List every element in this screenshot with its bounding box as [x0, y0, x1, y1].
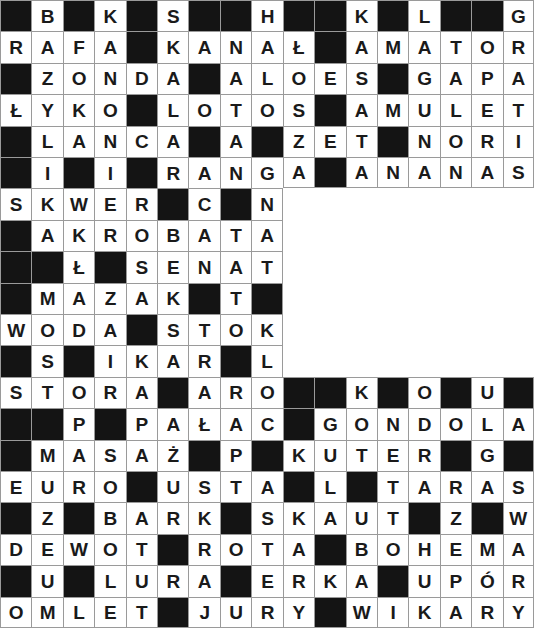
blocked-cell-r14c2 — [31, 408, 62, 439]
letter-cell-r8c2[interactable]: A — [31, 220, 62, 251]
letter-cell-r10c6[interactable]: K — [157, 283, 188, 314]
letter-cell-r15c3[interactable]: A — [63, 440, 94, 471]
blocked-cell-r3c1 — [0, 63, 31, 94]
letter-cell-r8c7[interactable]: A — [188, 220, 219, 251]
letter-cell-r3c8[interactable]: A — [220, 63, 251, 94]
blocked-cell-r7c6 — [157, 188, 188, 219]
letter-cell-r20c7[interactable]: J — [188, 597, 219, 628]
blocked-cell-r9c1 — [0, 251, 31, 282]
letter-cell-r1c12[interactable]: K — [346, 0, 377, 31]
blocked-cell-r5c9 — [251, 126, 282, 157]
letter-cell-r18c8[interactable]: O — [220, 534, 251, 565]
void-area — [408, 188, 439, 219]
letter-cell-r7c4[interactable]: E — [94, 188, 125, 219]
letter-cell-r16c1[interactable]: E — [0, 471, 31, 502]
letter-cell-r14c8[interactable]: A — [220, 408, 251, 439]
letter-cell-r3c3[interactable]: O — [63, 63, 94, 94]
letter-cell-r9c7[interactable]: N — [188, 251, 219, 282]
letter-cell-r15c8[interactable]: P — [220, 440, 251, 471]
letter-cell-r6c8[interactable]: N — [220, 157, 251, 188]
letter-cell-r8c8[interactable]: T — [220, 220, 251, 251]
letter-cell-r10c2[interactable]: M — [31, 283, 62, 314]
letter-cell-r13c12[interactable]: K — [346, 377, 377, 408]
letter-cell-r17c12[interactable]: U — [346, 502, 377, 533]
blocked-cell-r13c13 — [377, 377, 408, 408]
letter-cell-r18c13[interactable]: O — [377, 534, 408, 565]
letter-cell-r13c14[interactable]: O — [408, 377, 439, 408]
letter-cell-r9c5[interactable]: S — [126, 251, 157, 282]
letter-cell-r13c16[interactable]: U — [471, 377, 502, 408]
letter-cell-r11c8[interactable]: O — [220, 314, 251, 345]
letter-cell-r17c7[interactable]: K — [188, 502, 219, 533]
blocked-cell-r14c10 — [283, 408, 314, 439]
blocked-cell-r17c16 — [471, 502, 502, 533]
crossword-grid: BKSHKLGRAFAKANAŁAMATORZONDAALOESGAPAŁYKO… — [0, 0, 534, 628]
letter-cell-r19c15[interactable]: P — [440, 565, 471, 596]
letter-cell-r14c12[interactable]: O — [346, 408, 377, 439]
letter-cell-r17c6[interactable]: R — [157, 502, 188, 533]
letter-cell-r16c3[interactable]: R — [63, 471, 94, 502]
void-area — [346, 220, 377, 251]
blocked-cell-r18c11 — [314, 534, 345, 565]
letter-cell-r4c10[interactable]: S — [283, 94, 314, 125]
letter-cell-r2c6[interactable]: K — [157, 31, 188, 62]
letter-cell-r15c16[interactable]: G — [471, 440, 502, 471]
letter-cell-r12c7[interactable]: R — [188, 345, 219, 376]
letter-cell-r19c2[interactable]: U — [31, 565, 62, 596]
letter-cell-r16c2[interactable]: U — [31, 471, 62, 502]
letter-cell-r19c9[interactable]: E — [251, 565, 282, 596]
letter-cell-r2c9[interactable]: A — [251, 31, 282, 62]
letter-cell-r11c4[interactable]: A — [94, 314, 125, 345]
letter-cell-r20c14[interactable]: K — [408, 597, 439, 628]
letter-cell-r6c9[interactable]: G — [251, 157, 282, 188]
letter-cell-r5c17[interactable]: I — [503, 126, 534, 157]
blocked-cell-r15c9 — [251, 440, 282, 471]
letter-cell-r4c3[interactable]: K — [63, 94, 94, 125]
letter-cell-r5c3[interactable]: A — [63, 126, 94, 157]
blocked-cell-r2c11 — [314, 31, 345, 62]
blocked-cell-r3c13 — [377, 63, 408, 94]
letter-cell-r17c13[interactable]: T — [377, 502, 408, 533]
letter-cell-r20c8[interactable]: U — [220, 597, 251, 628]
letter-cell-r3c9[interactable]: L — [251, 63, 282, 94]
letter-cell-r16c6[interactable]: U — [157, 471, 188, 502]
letter-cell-r3c15[interactable]: A — [440, 63, 471, 94]
letter-cell-r9c9[interactable]: T — [251, 251, 282, 282]
letter-cell-r20c13[interactable]: I — [377, 597, 408, 628]
letter-cell-r18c10[interactable]: A — [283, 534, 314, 565]
void-area — [471, 220, 502, 251]
letter-cell-r5c8[interactable]: A — [220, 126, 251, 157]
void-area — [408, 251, 439, 282]
void-area — [346, 251, 377, 282]
void-area — [503, 314, 534, 345]
letter-cell-r1c2[interactable]: B — [31, 0, 62, 31]
letter-cell-r3c4[interactable]: N — [94, 63, 125, 94]
letter-cell-r15c10[interactable]: K — [283, 440, 314, 471]
blocked-cell-r12c1 — [0, 345, 31, 376]
void-area — [283, 283, 314, 314]
letter-cell-r17c2[interactable]: Z — [31, 502, 62, 533]
letter-cell-r12c5[interactable]: K — [126, 345, 157, 376]
blocked-cell-r6c11 — [314, 157, 345, 188]
letter-cell-r8c4[interactable]: R — [94, 220, 125, 251]
void-area — [408, 283, 439, 314]
letter-cell-r9c8[interactable]: A — [220, 251, 251, 282]
blocked-cell-r1c13 — [377, 0, 408, 31]
letter-cell-r1c6[interactable]: S — [157, 0, 188, 31]
letter-cell-r1c9[interactable]: H — [251, 0, 282, 31]
letter-cell-r3c2[interactable]: Z — [31, 63, 62, 94]
blocked-cell-r18c6 — [157, 534, 188, 565]
letter-cell-r14c7[interactable]: Ł — [188, 408, 219, 439]
letter-cell-r11c9[interactable]: K — [251, 314, 282, 345]
letter-cell-r18c1[interactable]: D — [0, 534, 31, 565]
letter-cell-r9c6[interactable]: E — [157, 251, 188, 282]
void-area — [440, 283, 471, 314]
letter-cell-r6c14[interactable]: A — [408, 157, 439, 188]
letter-cell-r12c2[interactable]: S — [31, 345, 62, 376]
letter-cell-r4c16[interactable]: E — [471, 94, 502, 125]
void-area — [440, 188, 471, 219]
letter-cell-r20c5[interactable]: T — [126, 597, 157, 628]
letter-cell-r19c11[interactable]: K — [314, 565, 345, 596]
letter-cell-r17c11[interactable]: A — [314, 502, 345, 533]
letter-cell-r6c2[interactable]: I — [31, 157, 62, 188]
blocked-cell-r5c13 — [377, 126, 408, 157]
letter-cell-r3c12[interactable]: S — [346, 63, 377, 94]
void-area — [408, 314, 439, 345]
letter-cell-r2c13[interactable]: M — [377, 31, 408, 62]
letter-cell-r10c4[interactable]: Z — [94, 283, 125, 314]
letter-cell-r20c16[interactable]: R — [471, 597, 502, 628]
letter-cell-r18c15[interactable]: E — [440, 534, 471, 565]
void-area — [314, 251, 345, 282]
blocked-cell-r19c8 — [220, 565, 251, 596]
letter-cell-r4c15[interactable]: L — [440, 94, 471, 125]
letter-cell-r6c15[interactable]: N — [440, 157, 471, 188]
blocked-cell-r1c10 — [283, 0, 314, 31]
letter-cell-r2c12[interactable]: A — [346, 31, 377, 62]
letter-cell-r15c14[interactable]: R — [408, 440, 439, 471]
letter-cell-r7c5[interactable]: R — [126, 188, 157, 219]
letter-cell-r17c5[interactable]: A — [126, 502, 157, 533]
blocked-cell-r7c8 — [220, 188, 251, 219]
letter-cell-r14c5[interactable]: P — [126, 408, 157, 439]
letter-cell-r1c17[interactable]: G — [503, 0, 534, 31]
blocked-cell-r16c12 — [346, 471, 377, 502]
letter-cell-r2c3[interactable]: F — [63, 31, 94, 62]
blocked-cell-r14c4 — [94, 408, 125, 439]
letter-cell-r20c3[interactable]: L — [63, 597, 94, 628]
void-area — [503, 283, 534, 314]
letter-cell-r18c2[interactable]: E — [31, 534, 62, 565]
letter-cell-r10c8[interactable]: T — [220, 283, 251, 314]
letter-cell-r2c2[interactable]: A — [31, 31, 62, 62]
blocked-cell-r1c1 — [0, 0, 31, 31]
letter-cell-r12c4[interactable]: I — [94, 345, 125, 376]
letter-cell-r16c17[interactable]: S — [503, 471, 534, 502]
letter-cell-r13c2[interactable]: T — [31, 377, 62, 408]
void-area — [346, 188, 377, 219]
letter-cell-r4c14[interactable]: U — [408, 94, 439, 125]
letter-cell-r4c1[interactable]: Ł — [0, 94, 31, 125]
void-area — [283, 345, 314, 376]
letter-cell-r5c16[interactable]: R — [471, 126, 502, 157]
letter-cell-r2c16[interactable]: O — [471, 31, 502, 62]
letter-cell-r5c6[interactable]: A — [157, 126, 188, 157]
letter-cell-r5c5[interactable]: C — [126, 126, 157, 157]
letter-cell-r16c4[interactable]: O — [94, 471, 125, 502]
letter-cell-r3c6[interactable]: A — [157, 63, 188, 94]
letter-cell-r12c9[interactable]: L — [251, 345, 282, 376]
letter-cell-r11c6[interactable]: S — [157, 314, 188, 345]
letter-cell-r19c10[interactable]: R — [283, 565, 314, 596]
letter-cell-r13c1[interactable]: S — [0, 377, 31, 408]
void-area — [283, 251, 314, 282]
blocked-cell-r1c3 — [63, 0, 94, 31]
letter-cell-r8c5[interactable]: O — [126, 220, 157, 251]
letter-cell-r16c15[interactable]: R — [440, 471, 471, 502]
blocked-cell-r9c4 — [94, 251, 125, 282]
blocked-cell-r20c6 — [157, 597, 188, 628]
letter-cell-r3c11[interactable]: E — [314, 63, 345, 94]
blocked-cell-r13c10 — [283, 377, 314, 408]
letter-cell-r4c13[interactable]: M — [377, 94, 408, 125]
letter-cell-r18c12[interactable]: B — [346, 534, 377, 565]
letter-cell-r20c9[interactable]: R — [251, 597, 282, 628]
blocked-cell-r6c1 — [0, 157, 31, 188]
letter-cell-r17c4[interactable]: B — [94, 502, 125, 533]
letter-cell-r14c11[interactable]: G — [314, 408, 345, 439]
letter-cell-r15c13[interactable]: E — [377, 440, 408, 471]
letter-cell-r13c7[interactable]: A — [188, 377, 219, 408]
letter-cell-r20c15[interactable]: A — [440, 597, 471, 628]
letter-cell-r11c2[interactable]: O — [31, 314, 62, 345]
blocked-cell-r6c5 — [126, 157, 157, 188]
letter-cell-r14c13[interactable]: N — [377, 408, 408, 439]
letter-cell-r5c2[interactable]: L — [31, 126, 62, 157]
letter-cell-r15c11[interactable]: U — [314, 440, 345, 471]
letter-cell-r14c15[interactable]: O — [440, 408, 471, 439]
blocked-cell-r16c5 — [126, 471, 157, 502]
letter-cell-r19c7[interactable]: A — [188, 565, 219, 596]
letter-cell-r20c17[interactable]: Y — [503, 597, 534, 628]
letter-cell-r1c14[interactable]: L — [408, 0, 439, 31]
letter-cell-r19c16[interactable]: Ó — [471, 565, 502, 596]
blocked-cell-r10c1 — [0, 283, 31, 314]
letter-cell-r19c5[interactable]: U — [126, 565, 157, 596]
letter-cell-r14c9[interactable]: C — [251, 408, 282, 439]
letter-cell-r19c6[interactable]: R — [157, 565, 188, 596]
letter-cell-r18c4[interactable]: O — [94, 534, 125, 565]
letter-cell-r7c3[interactable]: W — [63, 188, 94, 219]
letter-cell-r6c16[interactable]: A — [471, 157, 502, 188]
letter-cell-r16c7[interactable]: S — [188, 471, 219, 502]
blocked-cell-r13c15 — [440, 377, 471, 408]
letter-cell-r4c17[interactable]: T — [503, 94, 534, 125]
letter-cell-r18c3[interactable]: W — [63, 534, 94, 565]
letter-cell-r15c2[interactable]: M — [31, 440, 62, 471]
blocked-cell-r11c5 — [126, 314, 157, 345]
void-area — [440, 345, 471, 376]
letter-cell-r4c6[interactable]: L — [157, 94, 188, 125]
letter-cell-r15c4[interactable]: S — [94, 440, 125, 471]
letter-cell-r18c5[interactable]: T — [126, 534, 157, 565]
letter-cell-r13c5[interactable]: A — [126, 377, 157, 408]
letter-cell-r19c14[interactable]: U — [408, 565, 439, 596]
blocked-cell-r12c3 — [63, 345, 94, 376]
blocked-cell-r1c11 — [314, 0, 345, 31]
void-area — [377, 188, 408, 219]
letter-cell-r17c10[interactable]: K — [283, 502, 314, 533]
letter-cell-r14c17[interactable]: A — [503, 408, 534, 439]
letter-cell-r3c10[interactable]: O — [283, 63, 314, 94]
letter-cell-r3c14[interactable]: G — [408, 63, 439, 94]
letter-cell-r5c11[interactable]: E — [314, 126, 345, 157]
letter-cell-r19c12[interactable]: A — [346, 565, 377, 596]
letter-cell-r17c9[interactable]: S — [251, 502, 282, 533]
letter-cell-r20c1[interactable]: O — [0, 597, 31, 628]
letter-cell-r3c17[interactable]: A — [503, 63, 534, 94]
letter-cell-r6c7[interactable]: A — [188, 157, 219, 188]
letter-cell-r13c3[interactable]: O — [63, 377, 94, 408]
letter-cell-r19c17[interactable]: R — [503, 565, 534, 596]
letter-cell-r20c2[interactable]: M — [31, 597, 62, 628]
void-area — [283, 314, 314, 345]
letter-cell-r9c3[interactable]: Ł — [63, 251, 94, 282]
letter-cell-r16c11[interactable]: L — [314, 471, 345, 502]
letter-cell-r6c12[interactable]: A — [346, 157, 377, 188]
letter-cell-r5c12[interactable]: T — [346, 126, 377, 157]
letter-cell-r3c16[interactable]: P — [471, 63, 502, 94]
letter-cell-r2c8[interactable]: N — [220, 31, 251, 62]
blocked-cell-r5c1 — [0, 126, 31, 157]
letter-cell-r17c15[interactable]: Z — [440, 502, 471, 533]
letter-cell-r4c12[interactable]: A — [346, 94, 377, 125]
void-area — [283, 188, 314, 219]
letter-cell-r14c16[interactable]: L — [471, 408, 502, 439]
blocked-cell-r19c1 — [0, 565, 31, 596]
blocked-cell-r1c16 — [471, 0, 502, 31]
letter-cell-r13c8[interactable]: R — [220, 377, 251, 408]
letter-cell-r2c10[interactable]: Ł — [283, 31, 314, 62]
letter-cell-r13c4[interactable]: R — [94, 377, 125, 408]
letter-cell-r2c15[interactable]: T — [440, 31, 471, 62]
letter-cell-r6c17[interactable]: S — [503, 157, 534, 188]
letter-cell-r6c10[interactable]: A — [283, 157, 314, 188]
letter-cell-r5c15[interactable]: O — [440, 126, 471, 157]
letter-cell-r16c13[interactable]: T — [377, 471, 408, 502]
void-area — [314, 283, 345, 314]
letter-cell-r14c6[interactable]: A — [157, 408, 188, 439]
letter-cell-r4c4[interactable]: O — [94, 94, 125, 125]
blocked-cell-r5c7 — [188, 126, 219, 157]
letter-cell-r7c9[interactable]: N — [251, 188, 282, 219]
void-area — [346, 283, 377, 314]
letter-cell-r18c17[interactable]: A — [503, 534, 534, 565]
blocked-cell-r13c6 — [157, 377, 188, 408]
letter-cell-r6c6[interactable]: R — [157, 157, 188, 188]
letter-cell-r6c4[interactable]: I — [94, 157, 125, 188]
letter-cell-r20c12[interactable]: W — [346, 597, 377, 628]
blocked-cell-r14c1 — [0, 408, 31, 439]
letter-cell-r5c14[interactable]: N — [408, 126, 439, 157]
letter-cell-r5c10[interactable]: Z — [283, 126, 314, 157]
letter-cell-r18c7[interactable]: R — [188, 534, 219, 565]
letter-cell-r7c2[interactable]: K — [31, 188, 62, 219]
letter-cell-r8c3[interactable]: K — [63, 220, 94, 251]
void-area — [471, 345, 502, 376]
letter-cell-r8c9[interactable]: A — [251, 220, 282, 251]
letter-cell-r10c3[interactable]: A — [63, 283, 94, 314]
void-area — [283, 220, 314, 251]
blocked-cell-r17c3 — [63, 502, 94, 533]
letter-cell-r17c17[interactable]: W — [503, 502, 534, 533]
void-area — [377, 314, 408, 345]
letter-cell-r10c5[interactable]: A — [126, 283, 157, 314]
letter-cell-r20c4[interactable]: E — [94, 597, 125, 628]
blocked-cell-r15c15 — [440, 440, 471, 471]
letter-cell-r7c7[interactable]: C — [188, 188, 219, 219]
letter-cell-r11c3[interactable]: D — [63, 314, 94, 345]
letter-cell-r6c13[interactable]: N — [377, 157, 408, 188]
letter-cell-r2c14[interactable]: A — [408, 31, 439, 62]
letter-cell-r4c7[interactable]: O — [188, 94, 219, 125]
letter-cell-r1c4[interactable]: K — [94, 0, 125, 31]
void-area — [503, 251, 534, 282]
letter-cell-r16c9[interactable]: A — [251, 471, 282, 502]
letter-cell-r18c16[interactable]: M — [471, 534, 502, 565]
letter-cell-r5c4[interactable]: N — [94, 126, 125, 157]
letter-cell-r16c8[interactable]: T — [220, 471, 251, 502]
letter-cell-r13c9[interactable]: O — [251, 377, 282, 408]
letter-cell-r15c6[interactable]: Ż — [157, 440, 188, 471]
letter-cell-r7c1[interactable]: S — [0, 188, 31, 219]
letter-cell-r11c1[interactable]: W — [0, 314, 31, 345]
blocked-cell-r15c1 — [0, 440, 31, 471]
letter-cell-r20c10[interactable]: Y — [283, 597, 314, 628]
letter-cell-r16c14[interactable]: A — [408, 471, 439, 502]
letter-cell-r14c3[interactable]: P — [63, 408, 94, 439]
blocked-cell-r15c7 — [188, 440, 219, 471]
letter-cell-r2c7[interactable]: A — [188, 31, 219, 62]
blocked-cell-r16c10 — [283, 471, 314, 502]
letter-cell-r14c14[interactable]: D — [408, 408, 439, 439]
blocked-cell-r1c15 — [440, 0, 471, 31]
letter-cell-r15c5[interactable]: A — [126, 440, 157, 471]
blocked-cell-r8c1 — [0, 220, 31, 251]
blocked-cell-r3c7 — [188, 63, 219, 94]
letter-cell-r3c5[interactable]: D — [126, 63, 157, 94]
letter-cell-r4c2[interactable]: Y — [31, 94, 62, 125]
letter-cell-r16c16[interactable]: A — [471, 471, 502, 502]
letter-cell-r18c14[interactable]: H — [408, 534, 439, 565]
letter-cell-r18c9[interactable]: T — [251, 534, 282, 565]
blocked-cell-r17c14 — [408, 502, 439, 533]
letter-cell-r15c12[interactable]: T — [346, 440, 377, 471]
letter-cell-r2c1[interactable]: R — [0, 31, 31, 62]
letter-cell-r2c17[interactable]: R — [503, 31, 534, 62]
letter-cell-r19c4[interactable]: L — [94, 565, 125, 596]
letter-cell-r4c9[interactable]: O — [251, 94, 282, 125]
letter-cell-r11c7[interactable]: T — [188, 314, 219, 345]
letter-cell-r2c4[interactable]: A — [94, 31, 125, 62]
letter-cell-r8c6[interactable]: B — [157, 220, 188, 251]
letter-cell-r4c8[interactable]: T — [220, 94, 251, 125]
letter-cell-r12c6[interactable]: A — [157, 345, 188, 376]
